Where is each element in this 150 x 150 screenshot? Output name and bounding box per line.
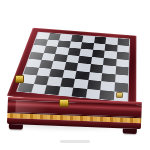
brass-clasp-front-icon <box>59 99 69 107</box>
box-body <box>7 97 142 134</box>
foot-left <box>9 124 23 130</box>
brass-clasp-left-icon <box>15 75 24 83</box>
brass-hinge-right-icon <box>116 92 123 98</box>
chess-set-product-photo: ♜♞♝♛♚♝♞♜♟♟♟♟♟♟♟♟♟♟♟♟♟♟♟♟♜♞♝♛♚♝♞♜ <box>0 0 150 150</box>
foot-right <box>123 128 137 134</box>
watermark <box>60 140 90 143</box>
